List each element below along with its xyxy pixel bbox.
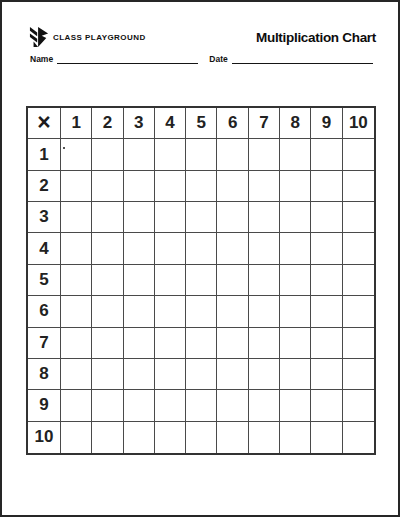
grid-cell-2x3 — [124, 171, 155, 202]
grid-col-header-1: 1 — [61, 108, 92, 139]
multiplication-grid: ×1234567891012345678910 — [26, 106, 376, 455]
grid-cell-6x8 — [280, 296, 311, 327]
grid-cell-9x5 — [186, 390, 217, 421]
grid-cell-6x5 — [186, 296, 217, 327]
grid-cell-9x4 — [155, 390, 186, 421]
grid-row-header-3: 3 — [28, 202, 61, 233]
grid-cell-4x3 — [124, 233, 155, 264]
grid-col-header-7: 7 — [249, 108, 280, 139]
grid-cell-6x10 — [343, 296, 374, 327]
grid-cell-6x4 — [155, 296, 186, 327]
grid-cell-6x9 — [311, 296, 342, 327]
grid-cell-8x4 — [155, 359, 186, 390]
grid-cell-5x10 — [343, 265, 374, 296]
grid-cell-10x6 — [217, 422, 248, 453]
grid-cell-1x9 — [311, 139, 342, 170]
grid-cell-3x9 — [311, 202, 342, 233]
grid-cell-5x3 — [124, 265, 155, 296]
grid-cell-3x7 — [249, 202, 280, 233]
grid-cell-2x7 — [249, 171, 280, 202]
grid-col-header-2: 2 — [92, 108, 123, 139]
grid-cell-7x4 — [155, 328, 186, 359]
grid-cell-2x9 — [311, 171, 342, 202]
grid-times-header-cell: × — [28, 108, 61, 139]
page-title: Multiplication Chart — [256, 30, 376, 45]
grid-row-header-9: 9 — [28, 390, 61, 421]
grid-cell-3x10 — [343, 202, 374, 233]
grid-col-header-10: 10 — [343, 108, 374, 139]
grid-cell-1x1 — [61, 139, 92, 170]
grid-row-header-10: 10 — [28, 422, 61, 453]
brand: CLASS PLAYGROUND — [29, 26, 146, 49]
worksheet-page: CLASS PLAYGROUND Multiplication Chart Na… — [0, 0, 400, 517]
grid-row-header-4: 4 — [28, 233, 61, 264]
grid-cell-3x5 — [186, 202, 217, 233]
grid-cell-8x3 — [124, 359, 155, 390]
grid-cell-7x1 — [61, 328, 92, 359]
grid-cell-9x7 — [249, 390, 280, 421]
grid-cell-10x2 — [92, 422, 123, 453]
grid-cell-5x5 — [186, 265, 217, 296]
grid-cell-7x2 — [92, 328, 123, 359]
brand-name: CLASS PLAYGROUND — [53, 33, 146, 42]
grid-cell-1x6 — [217, 139, 248, 170]
grid-cell-6x6 — [217, 296, 248, 327]
grid-cell-9x2 — [92, 390, 123, 421]
grid-cell-9x1 — [61, 390, 92, 421]
grid-cell-3x6 — [217, 202, 248, 233]
grid-cell-5x2 — [92, 265, 123, 296]
grid-cell-1x4 — [155, 139, 186, 170]
grid-cell-2x10 — [343, 171, 374, 202]
grid-cell-10x3 — [124, 422, 155, 453]
grid-cell-7x9 — [311, 328, 342, 359]
grid-cell-2x2 — [92, 171, 123, 202]
grid-cell-10x8 — [280, 422, 311, 453]
grid-cell-1x3 — [124, 139, 155, 170]
grid-cell-4x1 — [61, 233, 92, 264]
grid-cell-4x9 — [311, 233, 342, 264]
grid-cell-8x5 — [186, 359, 217, 390]
grid-cell-7x3 — [124, 328, 155, 359]
grid-cell-6x1 — [61, 296, 92, 327]
grid-cell-10x4 — [155, 422, 186, 453]
grid-cell-4x7 — [249, 233, 280, 264]
grid-col-header-9: 9 — [311, 108, 342, 139]
grid-cell-2x6 — [217, 171, 248, 202]
grid-cell-8x1 — [61, 359, 92, 390]
grid-cell-4x8 — [280, 233, 311, 264]
grid-cell-1x2 — [92, 139, 123, 170]
grid-cell-5x6 — [217, 265, 248, 296]
grid-cell-7x8 — [280, 328, 311, 359]
grid-cell-9x10 — [343, 390, 374, 421]
grid-cell-8x8 — [280, 359, 311, 390]
grid-cell-8x9 — [311, 359, 342, 390]
grid-row-header-2: 2 — [28, 171, 61, 202]
grid-cell-7x10 — [343, 328, 374, 359]
grid-row-header-7: 7 — [28, 328, 61, 359]
grid-cell-5x4 — [155, 265, 186, 296]
grid-cell-5x1 — [61, 265, 92, 296]
grid-col-header-8: 8 — [280, 108, 311, 139]
grid-cell-4x5 — [186, 233, 217, 264]
date-label: Date — [209, 55, 227, 64]
name-date-row: Name Date — [30, 55, 373, 64]
grid-cell-7x5 — [186, 328, 217, 359]
date-fill-line — [232, 62, 373, 64]
grid-cell-7x7 — [249, 328, 280, 359]
grid-cell-1x10 — [343, 139, 374, 170]
name-fill-line — [57, 62, 198, 64]
origami-bird-icon — [29, 26, 49, 49]
grid-cell-9x9 — [311, 390, 342, 421]
grid-cell-4x4 — [155, 233, 186, 264]
grid-cell-10x1 — [61, 422, 92, 453]
grid-cell-7x6 — [217, 328, 248, 359]
grid-cell-1x8 — [280, 139, 311, 170]
grid-cell-3x3 — [124, 202, 155, 233]
grid-cell-3x1 — [61, 202, 92, 233]
grid-cell-6x7 — [249, 296, 280, 327]
stray-pencil-dot — [63, 147, 65, 149]
grid-cell-10x7 — [249, 422, 280, 453]
grid-cell-8x7 — [249, 359, 280, 390]
grid-cell-4x2 — [92, 233, 123, 264]
grid-cell-1x5 — [186, 139, 217, 170]
grid-cell-5x7 — [249, 265, 280, 296]
grid-cell-2x8 — [280, 171, 311, 202]
grid-cell-8x2 — [92, 359, 123, 390]
grid-col-header-6: 6 — [217, 108, 248, 139]
grid-cell-3x4 — [155, 202, 186, 233]
grid-cell-1x7 — [249, 139, 280, 170]
grid-cell-10x10 — [343, 422, 374, 453]
grid-col-header-3: 3 — [124, 108, 155, 139]
grid-cell-2x5 — [186, 171, 217, 202]
grid-row-header-5: 5 — [28, 265, 61, 296]
name-label: Name — [30, 55, 53, 64]
grid-cell-4x10 — [343, 233, 374, 264]
grid-cell-9x3 — [124, 390, 155, 421]
grid-cell-5x9 — [311, 265, 342, 296]
grid-row-header-6: 6 — [28, 296, 61, 327]
grid-cell-9x8 — [280, 390, 311, 421]
grid-cell-8x6 — [217, 359, 248, 390]
grid-cell-10x9 — [311, 422, 342, 453]
grid-cell-8x10 — [343, 359, 374, 390]
grid-cell-4x6 — [217, 233, 248, 264]
grid-col-header-4: 4 — [155, 108, 186, 139]
grid-cell-6x2 — [92, 296, 123, 327]
grid-row-header-8: 8 — [28, 359, 61, 390]
grid-cell-10x5 — [186, 422, 217, 453]
grid-cell-9x6 — [217, 390, 248, 421]
grid-cell-5x8 — [280, 265, 311, 296]
grid-cell-6x3 — [124, 296, 155, 327]
grid-cell-2x1 — [61, 171, 92, 202]
grid-cell-3x8 — [280, 202, 311, 233]
grid-col-header-5: 5 — [186, 108, 217, 139]
grid-cell-2x4 — [155, 171, 186, 202]
grid-row-header-1: 1 — [28, 139, 61, 170]
grid-cell-3x2 — [92, 202, 123, 233]
